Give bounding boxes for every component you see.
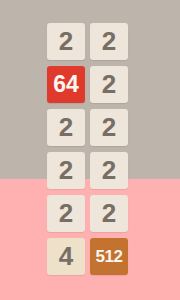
tile-r3c2-value-2: 2 <box>90 109 128 146</box>
tile-r5c1-value-2: 2 <box>47 195 85 232</box>
tile-r1c1-value-2: 2 <box>47 23 85 60</box>
tile-r6c1-value-4: 4 <box>47 238 85 275</box>
tile-r4c2-value-2: 2 <box>90 152 128 189</box>
tile-r2c1-value-64: 64 <box>47 66 85 103</box>
tile-r4c1-value-2: 2 <box>47 152 85 189</box>
tile-r1c2-value-2: 2 <box>90 23 128 60</box>
tile-r5c2-value-2: 2 <box>90 195 128 232</box>
tile-r2c2-value-2: 2 <box>90 66 128 103</box>
board[interactable]: 226422222224512 <box>47 23 128 275</box>
tile-r6c2-value-512: 512 <box>90 238 128 275</box>
tile-r3c1-value-2: 2 <box>47 109 85 146</box>
